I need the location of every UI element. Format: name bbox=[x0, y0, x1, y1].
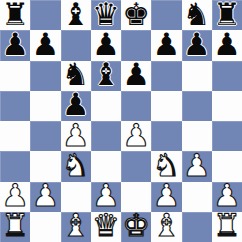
square-c4[interactable]: ♟ bbox=[61, 121, 91, 151]
square-f6[interactable] bbox=[151, 61, 181, 91]
piece-black-pawn[interactable]: ♟ bbox=[122, 61, 150, 91]
square-d4[interactable] bbox=[91, 121, 121, 151]
square-c1[interactable]: ♝ bbox=[61, 212, 91, 242]
piece-white-bishop[interactable]: ♝ bbox=[152, 212, 180, 242]
piece-white-bishop[interactable]: ♝ bbox=[62, 212, 90, 242]
square-c3[interactable]: ♞ bbox=[61, 151, 91, 181]
square-g5[interactable] bbox=[182, 91, 212, 121]
square-e4[interactable]: ♟ bbox=[121, 121, 151, 151]
square-b3[interactable] bbox=[30, 151, 60, 181]
piece-black-pawn[interactable]: ♟ bbox=[62, 91, 90, 121]
piece-black-rook[interactable]: ♜ bbox=[213, 0, 241, 30]
piece-white-pawn[interactable]: ♟ bbox=[213, 182, 241, 212]
square-g2[interactable] bbox=[182, 182, 212, 212]
square-h2[interactable]: ♟ bbox=[212, 182, 242, 212]
piece-black-knight[interactable]: ♞ bbox=[62, 61, 90, 91]
square-h6[interactable] bbox=[212, 61, 242, 91]
square-d1[interactable]: ♛ bbox=[91, 212, 121, 242]
square-d3[interactable] bbox=[91, 151, 121, 181]
square-e7[interactable] bbox=[121, 30, 151, 60]
piece-white-pawn[interactable]: ♟ bbox=[31, 182, 59, 212]
piece-black-king[interactable]: ♚ bbox=[122, 0, 150, 30]
piece-black-pawn[interactable]: ♟ bbox=[152, 30, 180, 60]
square-c8[interactable]: ♝ bbox=[61, 0, 91, 30]
piece-black-knight[interactable]: ♞ bbox=[183, 0, 211, 30]
piece-white-pawn[interactable]: ♟ bbox=[62, 121, 90, 151]
piece-white-pawn[interactable]: ♟ bbox=[1, 182, 29, 212]
square-g6[interactable] bbox=[182, 61, 212, 91]
piece-white-pawn[interactable]: ♟ bbox=[122, 121, 150, 151]
piece-white-pawn[interactable]: ♟ bbox=[92, 182, 120, 212]
square-b7[interactable]: ♟ bbox=[30, 30, 60, 60]
square-b2[interactable]: ♟ bbox=[30, 182, 60, 212]
piece-black-bishop[interactable]: ♝ bbox=[92, 61, 120, 91]
piece-white-knight[interactable]: ♞ bbox=[152, 151, 180, 181]
square-d2[interactable]: ♟ bbox=[91, 182, 121, 212]
square-h8[interactable]: ♜ bbox=[212, 0, 242, 30]
square-b1[interactable] bbox=[30, 212, 60, 242]
square-a8[interactable]: ♜ bbox=[0, 0, 30, 30]
square-a3[interactable] bbox=[0, 151, 30, 181]
square-e2[interactable] bbox=[121, 182, 151, 212]
square-g1[interactable] bbox=[182, 212, 212, 242]
square-h1[interactable]: ♜ bbox=[212, 212, 242, 242]
square-e5[interactable] bbox=[121, 91, 151, 121]
piece-white-pawn[interactable]: ♟ bbox=[152, 182, 180, 212]
piece-black-queen[interactable]: ♛ bbox=[92, 0, 120, 30]
square-g8[interactable]: ♞ bbox=[182, 0, 212, 30]
chess-board: ♜♝♛♚♞♜♟♟♟♟♟♟♞♝♟♟♟♟♞♞♟♟♟♟♟♟♜♝♛♚♝♜ bbox=[0, 0, 242, 242]
piece-white-king[interactable]: ♚ bbox=[122, 212, 150, 242]
square-c7[interactable] bbox=[61, 30, 91, 60]
square-c5[interactable]: ♟ bbox=[61, 91, 91, 121]
square-g3[interactable]: ♟ bbox=[182, 151, 212, 181]
square-a5[interactable] bbox=[0, 91, 30, 121]
square-f1[interactable]: ♝ bbox=[151, 212, 181, 242]
square-b5[interactable] bbox=[30, 91, 60, 121]
piece-white-queen[interactable]: ♛ bbox=[92, 212, 120, 242]
piece-white-rook[interactable]: ♜ bbox=[213, 212, 241, 242]
square-b6[interactable] bbox=[30, 61, 60, 91]
piece-black-rook[interactable]: ♜ bbox=[1, 0, 29, 30]
square-a4[interactable] bbox=[0, 121, 30, 151]
square-g4[interactable] bbox=[182, 121, 212, 151]
square-f4[interactable] bbox=[151, 121, 181, 151]
chess-board-container: ♜♝♛♚♞♜♟♟♟♟♟♟♞♝♟♟♟♟♞♞♟♟♟♟♟♟♜♝♛♚♝♜ bbox=[0, 0, 242, 242]
square-a2[interactable]: ♟ bbox=[0, 182, 30, 212]
square-c6[interactable]: ♞ bbox=[61, 61, 91, 91]
square-f2[interactable]: ♟ bbox=[151, 182, 181, 212]
square-d5[interactable] bbox=[91, 91, 121, 121]
square-f3[interactable]: ♞ bbox=[151, 151, 181, 181]
piece-black-pawn[interactable]: ♟ bbox=[92, 30, 120, 60]
square-a1[interactable]: ♜ bbox=[0, 212, 30, 242]
square-h7[interactable]: ♟ bbox=[212, 30, 242, 60]
square-f5[interactable] bbox=[151, 91, 181, 121]
piece-black-pawn[interactable]: ♟ bbox=[31, 30, 59, 60]
piece-black-pawn[interactable]: ♟ bbox=[1, 30, 29, 60]
square-f8[interactable] bbox=[151, 0, 181, 30]
square-e3[interactable] bbox=[121, 151, 151, 181]
square-c2[interactable] bbox=[61, 182, 91, 212]
square-a7[interactable]: ♟ bbox=[0, 30, 30, 60]
piece-black-pawn[interactable]: ♟ bbox=[183, 30, 211, 60]
square-d7[interactable]: ♟ bbox=[91, 30, 121, 60]
square-b4[interactable] bbox=[30, 121, 60, 151]
square-d6[interactable]: ♝ bbox=[91, 61, 121, 91]
piece-black-pawn[interactable]: ♟ bbox=[213, 30, 241, 60]
square-h4[interactable] bbox=[212, 121, 242, 151]
square-d8[interactable]: ♛ bbox=[91, 0, 121, 30]
square-h5[interactable] bbox=[212, 91, 242, 121]
square-g7[interactable]: ♟ bbox=[182, 30, 212, 60]
square-e6[interactable]: ♟ bbox=[121, 61, 151, 91]
square-h3[interactable] bbox=[212, 151, 242, 181]
piece-black-bishop[interactable]: ♝ bbox=[62, 0, 90, 30]
square-f7[interactable]: ♟ bbox=[151, 30, 181, 60]
piece-white-knight[interactable]: ♞ bbox=[62, 151, 90, 181]
square-b8[interactable] bbox=[30, 0, 60, 30]
square-e1[interactable]: ♚ bbox=[121, 212, 151, 242]
square-e8[interactable]: ♚ bbox=[121, 0, 151, 30]
square-a6[interactable] bbox=[0, 61, 30, 91]
piece-white-rook[interactable]: ♜ bbox=[1, 212, 29, 242]
piece-white-pawn[interactable]: ♟ bbox=[183, 151, 211, 181]
